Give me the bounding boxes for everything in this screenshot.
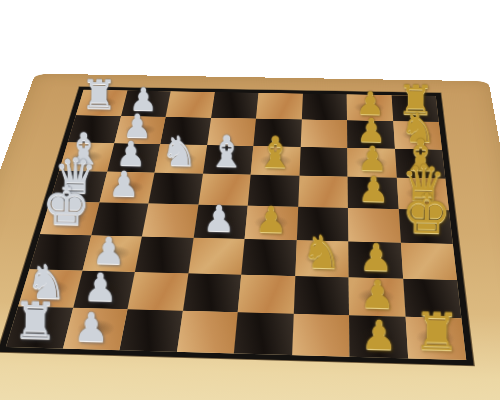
square-f6[interactable] <box>135 236 193 273</box>
square-h6[interactable] <box>119 309 182 351</box>
piece-black-rook[interactable]: ♜ <box>12 295 58 347</box>
square-e6[interactable] <box>142 204 198 238</box>
square-c4[interactable]: ♝ <box>251 146 301 176</box>
piece-white-knight[interactable]: ♞ <box>301 229 343 276</box>
square-g3[interactable] <box>293 276 349 316</box>
olive-wood-slab: ♜♟♟♜♟♟♞♝♟♞♝♝♟♝♛♟♟♛♚♟♟♚♟♞♟♞♟♟♜♟♟♜ <box>0 74 500 400</box>
square-c6[interactable]: ♞ <box>155 144 207 174</box>
piece-black-rook[interactable]: ♜ <box>81 74 117 115</box>
square-d7[interactable]: ♟ <box>99 172 154 204</box>
square-a5[interactable] <box>211 92 259 118</box>
square-g6[interactable] <box>127 272 188 311</box>
square-d6[interactable] <box>148 173 202 205</box>
square-d3[interactable] <box>298 176 348 208</box>
square-g5[interactable] <box>182 273 241 312</box>
square-b3[interactable] <box>300 119 347 147</box>
piece-black-pawn[interactable]: ♟ <box>83 268 118 307</box>
square-c3[interactable] <box>299 147 348 177</box>
square-f5[interactable] <box>188 238 245 275</box>
square-a3[interactable] <box>301 94 347 121</box>
piece-white-rook[interactable]: ♜ <box>413 305 460 358</box>
square-a6[interactable] <box>166 91 215 117</box>
piece-white-pawn[interactable]: ♟ <box>359 275 395 315</box>
square-f3[interactable]: ♞ <box>295 240 349 277</box>
piece-white-pawn[interactable]: ♟ <box>254 202 287 239</box>
board-3d-tilt: ♜♟♟♜♟♟♞♝♟♞♝♝♟♝♛♟♟♛♚♟♟♚♟♞♟♞♟♟♜♟♟♜ <box>0 74 500 400</box>
piece-white-bishop[interactable]: ♝ <box>256 131 295 175</box>
piece-black-pawn[interactable]: ♟ <box>73 307 109 348</box>
piece-black-bishop[interactable]: ♝ <box>207 130 246 174</box>
chess-board[interactable]: ♜♟♟♜♟♟♞♝♟♞♝♝♟♝♛♟♟♛♚♟♟♚♟♞♟♞♟♟♜♟♟♜ <box>0 87 474 366</box>
square-d2[interactable]: ♟ <box>348 177 399 209</box>
square-h1[interactable]: ♜ <box>405 317 466 360</box>
square-e8[interactable]: ♚ <box>40 201 99 235</box>
square-g2[interactable]: ♟ <box>349 277 405 317</box>
perspective-container: ♜♟♟♜♟♟♞♝♟♞♝♝♟♝♛♟♟♛♚♟♟♚♟♞♟♞♟♟♜♟♟♜ <box>0 0 500 400</box>
piece-black-pawn[interactable]: ♟ <box>109 167 140 202</box>
piece-black-pawn[interactable]: ♟ <box>203 201 236 238</box>
square-e4[interactable]: ♟ <box>245 206 298 240</box>
square-f1[interactable] <box>400 243 457 280</box>
square-h2[interactable]: ♟ <box>349 315 408 358</box>
square-g4[interactable] <box>238 274 295 314</box>
square-a8[interactable]: ♜ <box>76 90 127 116</box>
square-h3[interactable] <box>292 314 350 357</box>
square-h5[interactable] <box>176 311 237 354</box>
piece-white-pawn[interactable]: ♟ <box>357 172 389 208</box>
piece-black-king[interactable]: ♚ <box>42 178 91 234</box>
square-f4[interactable] <box>241 239 296 276</box>
square-h8[interactable]: ♜ <box>6 307 73 349</box>
square-h7[interactable]: ♟ <box>62 308 127 350</box>
square-e5[interactable]: ♟ <box>193 205 248 239</box>
square-a4[interactable] <box>256 93 303 120</box>
square-h4[interactable] <box>234 312 293 355</box>
square-c5[interactable]: ♝ <box>202 145 253 175</box>
piece-black-knight[interactable]: ♞ <box>160 131 197 173</box>
piece-white-pawn[interactable]: ♟ <box>360 315 397 356</box>
chess-photo-scene: ♜♟♟♜♟♟♞♝♟♞♝♝♟♝♛♟♟♛♚♟♟♚♟♞♟♞♟♟♜♟♟♜ <box>0 0 500 400</box>
piece-white-king[interactable]: ♚ <box>401 186 452 243</box>
square-e1[interactable]: ♚ <box>398 209 452 244</box>
